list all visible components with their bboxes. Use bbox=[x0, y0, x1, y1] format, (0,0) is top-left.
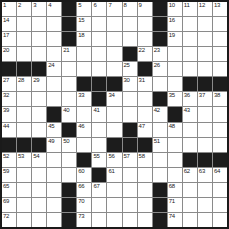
clue-number-18: 18 bbox=[78, 32, 84, 39]
cell-r9c11[interactable] bbox=[153, 123, 167, 137]
cell-r9c6[interactable]: 46 bbox=[77, 123, 91, 137]
cell-r3c4[interactable] bbox=[47, 32, 61, 46]
clue-number-32: 32 bbox=[3, 92, 9, 99]
cell-r11c2[interactable]: 53 bbox=[17, 153, 31, 167]
clue-number-9: 9 bbox=[139, 2, 142, 9]
cell-r3c6[interactable]: 18 bbox=[77, 32, 91, 46]
black-cell-r5c3 bbox=[32, 62, 46, 76]
clue-number-61: 61 bbox=[108, 168, 114, 175]
black-cell-r10c3 bbox=[32, 138, 46, 152]
cell-r10c14[interactable] bbox=[198, 138, 212, 152]
cell-r5c8[interactable] bbox=[107, 62, 121, 76]
black-cell-r6c6 bbox=[77, 77, 91, 91]
cell-r10c12[interactable] bbox=[168, 138, 182, 152]
cell-r12c1[interactable]: 59 bbox=[2, 168, 16, 182]
cell-r11c3[interactable]: 54 bbox=[32, 153, 46, 167]
cell-r1c7[interactable]: 6 bbox=[92, 2, 106, 16]
cell-r10c4[interactable]: 49 bbox=[47, 138, 61, 152]
clue-number-15: 15 bbox=[78, 17, 84, 24]
cell-r13c15[interactable] bbox=[213, 183, 227, 197]
cell-r12c3[interactable] bbox=[32, 168, 46, 182]
cell-r12c2[interactable] bbox=[17, 168, 31, 182]
cell-r11c7[interactable]: 55 bbox=[92, 153, 106, 167]
cell-r1c3[interactable]: 3 bbox=[32, 2, 46, 16]
cell-r5c12[interactable] bbox=[168, 62, 182, 76]
cell-r10c6[interactable] bbox=[77, 138, 91, 152]
cell-r9c2[interactable] bbox=[17, 123, 31, 137]
cell-r8c14[interactable] bbox=[198, 107, 212, 121]
black-cell-r3c5 bbox=[62, 32, 76, 46]
black-cell-r13c5 bbox=[62, 183, 76, 197]
cell-r13c3[interactable] bbox=[32, 183, 46, 197]
black-cell-r5c1 bbox=[2, 62, 16, 76]
cell-r10c11[interactable]: 51 bbox=[153, 138, 167, 152]
cell-r7c4[interactable] bbox=[47, 92, 61, 106]
cell-r2c15[interactable] bbox=[213, 17, 227, 31]
cell-r11c8[interactable]: 56 bbox=[107, 153, 121, 167]
black-cell-r5c10 bbox=[138, 62, 152, 76]
cell-r13c12[interactable]: 68 bbox=[168, 183, 182, 197]
cell-r5c7[interactable] bbox=[92, 62, 106, 76]
cell-r11c4[interactable] bbox=[47, 153, 61, 167]
cell-r6c11[interactable] bbox=[153, 77, 167, 91]
cell-r14c6[interactable]: 70 bbox=[77, 198, 91, 212]
cell-r14c3[interactable] bbox=[32, 198, 46, 212]
cell-r3c12[interactable]: 19 bbox=[168, 32, 182, 46]
cell-r15c8[interactable] bbox=[107, 213, 121, 227]
cell-r1c9[interactable]: 8 bbox=[123, 2, 137, 16]
clue-number-21: 21 bbox=[63, 47, 69, 54]
cell-r15c14[interactable] bbox=[198, 213, 212, 227]
clue-number-22: 22 bbox=[139, 47, 145, 54]
clue-number-12: 12 bbox=[199, 2, 205, 9]
cell-r7c2[interactable] bbox=[17, 92, 31, 106]
crossword-board: 1234567891011121314151617181920212223242… bbox=[0, 0, 229, 229]
black-cell-r7c7 bbox=[92, 92, 106, 106]
clue-number-49: 49 bbox=[48, 138, 54, 145]
black-cell-r3c11 bbox=[153, 32, 167, 46]
black-cell-r2c5 bbox=[62, 17, 76, 31]
cell-r2c3[interactable] bbox=[32, 17, 46, 31]
clue-number-14: 14 bbox=[3, 17, 9, 24]
cell-r3c9[interactable] bbox=[123, 32, 137, 46]
cell-r2c9[interactable] bbox=[123, 17, 137, 31]
clue-number-47: 47 bbox=[139, 123, 145, 130]
clue-number-40: 40 bbox=[63, 107, 69, 114]
clue-number-73: 73 bbox=[78, 213, 84, 220]
cell-r15c13[interactable] bbox=[183, 213, 197, 227]
clue-number-30: 30 bbox=[124, 77, 130, 84]
clue-number-36: 36 bbox=[184, 92, 190, 99]
cell-r1c4[interactable]: 4 bbox=[47, 2, 61, 16]
clue-number-1: 1 bbox=[3, 2, 6, 9]
clue-number-70: 70 bbox=[78, 198, 84, 205]
cell-r4c13[interactable] bbox=[183, 47, 197, 61]
cell-r13c7[interactable]: 67 bbox=[92, 183, 106, 197]
cell-r15c1[interactable]: 72 bbox=[2, 213, 16, 227]
black-cell-r4c9 bbox=[123, 47, 137, 61]
cell-r12c13[interactable]: 62 bbox=[183, 168, 197, 182]
black-cell-r14c11 bbox=[153, 198, 167, 212]
cell-r1c14[interactable]: 12 bbox=[198, 2, 212, 16]
cell-r12c5[interactable] bbox=[62, 168, 76, 182]
cell-r4c14[interactable] bbox=[198, 47, 212, 61]
black-cell-r11c14 bbox=[198, 153, 212, 167]
cell-r4c15[interactable] bbox=[213, 47, 227, 61]
cell-r7c15[interactable]: 38 bbox=[213, 92, 227, 106]
black-cell-r9c5 bbox=[62, 123, 76, 137]
cell-r8c3[interactable] bbox=[32, 107, 46, 121]
cell-r13c6[interactable]: 66 bbox=[77, 183, 91, 197]
cell-r2c13[interactable] bbox=[183, 17, 197, 31]
cell-r3c10[interactable] bbox=[138, 32, 152, 46]
cell-r7c1[interactable]: 32 bbox=[2, 92, 16, 106]
cell-r6c1[interactable]: 27 bbox=[2, 77, 16, 91]
cell-r15c10[interactable] bbox=[138, 213, 152, 227]
cell-r4c5[interactable]: 21 bbox=[62, 47, 76, 61]
clue-number-68: 68 bbox=[169, 183, 175, 190]
cell-r6c9[interactable]: 30 bbox=[123, 77, 137, 91]
black-cell-r10c9 bbox=[123, 138, 137, 152]
clue-number-23: 23 bbox=[154, 47, 160, 54]
cell-r10c5[interactable]: 50 bbox=[62, 138, 76, 152]
cell-r4c1[interactable]: 20 bbox=[2, 47, 16, 61]
clue-number-52: 52 bbox=[3, 153, 9, 160]
clue-number-4: 4 bbox=[48, 2, 51, 9]
cell-r15c7[interactable] bbox=[92, 213, 106, 227]
black-cell-r11c13 bbox=[183, 153, 197, 167]
cell-r14c4[interactable] bbox=[47, 198, 61, 212]
clue-number-24: 24 bbox=[48, 62, 54, 69]
cell-r9c4[interactable]: 45 bbox=[47, 123, 61, 137]
black-cell-r6c13 bbox=[183, 77, 197, 91]
cell-r7c12[interactable]: 35 bbox=[168, 92, 182, 106]
cell-r7c5[interactable] bbox=[62, 92, 76, 106]
cell-r14c7[interactable] bbox=[92, 198, 106, 212]
clue-number-62: 62 bbox=[184, 168, 190, 175]
cell-r14c10[interactable] bbox=[138, 198, 152, 212]
cell-r1c15[interactable]: 13 bbox=[213, 2, 227, 16]
cell-r11c12[interactable] bbox=[168, 153, 182, 167]
clue-number-5: 5 bbox=[78, 2, 81, 9]
cell-r13c8[interactable] bbox=[107, 183, 121, 197]
cell-r13c9[interactable] bbox=[123, 183, 137, 197]
cell-r13c14[interactable] bbox=[198, 183, 212, 197]
cell-r1c6[interactable]: 5 bbox=[77, 2, 91, 16]
cell-r6c12[interactable] bbox=[168, 77, 182, 91]
clue-number-3: 3 bbox=[33, 2, 36, 9]
cell-r3c15[interactable] bbox=[213, 32, 227, 46]
cell-r7c14[interactable]: 37 bbox=[198, 92, 212, 106]
cell-r4c8[interactable] bbox=[107, 47, 121, 61]
clue-number-56: 56 bbox=[108, 153, 114, 160]
cell-r1c2[interactable]: 2 bbox=[17, 2, 31, 16]
clue-number-10: 10 bbox=[169, 2, 175, 9]
cell-r3c14[interactable] bbox=[198, 32, 212, 46]
cell-r11c10[interactable]: 58 bbox=[138, 153, 152, 167]
cell-r14c2[interactable] bbox=[17, 198, 31, 212]
black-cell-r15c5 bbox=[62, 213, 76, 227]
cell-r8c6[interactable] bbox=[77, 107, 91, 121]
black-cell-r11c6 bbox=[77, 153, 91, 167]
black-cell-r2c11 bbox=[153, 17, 167, 31]
cell-r4c3[interactable] bbox=[32, 47, 46, 61]
cell-r3c13[interactable] bbox=[183, 32, 197, 46]
clue-number-43: 43 bbox=[184, 107, 190, 114]
cell-r15c3[interactable] bbox=[32, 213, 46, 227]
clue-number-39: 39 bbox=[3, 107, 9, 114]
cell-r15c9[interactable] bbox=[123, 213, 137, 227]
cell-r4c12[interactable] bbox=[168, 47, 182, 61]
black-cell-r15c11 bbox=[153, 213, 167, 227]
cell-r9c10[interactable]: 47 bbox=[138, 123, 152, 137]
cell-r14c13[interactable] bbox=[183, 198, 197, 212]
cell-r6c4[interactable] bbox=[47, 77, 61, 91]
cell-r8c2[interactable] bbox=[17, 107, 31, 121]
clue-number-29: 29 bbox=[33, 77, 39, 84]
cell-r6c10[interactable]: 31 bbox=[138, 77, 152, 91]
cell-r15c12[interactable]: 74 bbox=[168, 213, 182, 227]
clue-number-33: 33 bbox=[78, 92, 84, 99]
cell-r6c3[interactable]: 29 bbox=[32, 77, 46, 91]
cell-r2c6[interactable]: 15 bbox=[77, 17, 91, 31]
cell-r9c8[interactable] bbox=[107, 123, 121, 137]
cell-r9c12[interactable]: 48 bbox=[168, 123, 182, 137]
cell-r2c14[interactable] bbox=[198, 17, 212, 31]
black-cell-r14c5 bbox=[62, 198, 76, 212]
clue-number-19: 19 bbox=[169, 32, 175, 39]
cell-r8c13[interactable]: 43 bbox=[183, 107, 197, 121]
cell-r15c4[interactable] bbox=[47, 213, 61, 227]
black-cell-r8c12 bbox=[168, 107, 182, 121]
cell-r12c15[interactable]: 64 bbox=[213, 168, 227, 182]
cell-r13c1[interactable]: 65 bbox=[2, 183, 16, 197]
cell-r9c14[interactable] bbox=[198, 123, 212, 137]
cell-r13c13[interactable] bbox=[183, 183, 197, 197]
cell-r4c6[interactable] bbox=[77, 47, 91, 61]
cell-r2c10[interactable] bbox=[138, 17, 152, 31]
cell-r11c11[interactable] bbox=[153, 153, 167, 167]
clue-number-35: 35 bbox=[169, 92, 175, 99]
clue-number-69: 69 bbox=[3, 198, 9, 205]
cell-r4c4[interactable] bbox=[47, 47, 61, 61]
clue-number-65: 65 bbox=[3, 183, 9, 190]
clue-number-74: 74 bbox=[169, 213, 175, 220]
black-cell-r6c14 bbox=[198, 77, 212, 91]
clue-number-60: 60 bbox=[78, 168, 84, 175]
cell-r3c8[interactable] bbox=[107, 32, 121, 46]
clue-number-13: 13 bbox=[214, 2, 220, 9]
black-cell-r12c7 bbox=[92, 168, 106, 182]
cell-r11c9[interactable]: 57 bbox=[123, 153, 137, 167]
cell-r4c10[interactable]: 22 bbox=[138, 47, 152, 61]
cell-r7c6[interactable]: 33 bbox=[77, 92, 91, 106]
cell-r9c15[interactable] bbox=[213, 123, 227, 137]
clue-number-57: 57 bbox=[124, 153, 130, 160]
clue-number-31: 31 bbox=[139, 77, 145, 84]
cell-r2c4[interactable] bbox=[47, 17, 61, 31]
clue-number-38: 38 bbox=[214, 92, 220, 99]
cell-r15c6[interactable]: 73 bbox=[77, 213, 91, 227]
clue-number-28: 28 bbox=[18, 77, 24, 84]
clue-number-46: 46 bbox=[78, 123, 84, 130]
black-cell-r1c11 bbox=[153, 2, 167, 16]
cell-r8c1[interactable]: 39 bbox=[2, 107, 16, 121]
cell-r5c13[interactable] bbox=[183, 62, 197, 76]
cell-r5c11[interactable]: 26 bbox=[153, 62, 167, 76]
cell-r4c2[interactable] bbox=[17, 47, 31, 61]
cell-r2c1[interactable]: 14 bbox=[2, 17, 16, 31]
cell-r10c7[interactable] bbox=[92, 138, 106, 152]
cell-r9c13[interactable] bbox=[183, 123, 197, 137]
clue-number-2: 2 bbox=[18, 2, 21, 9]
clue-number-26: 26 bbox=[154, 62, 160, 69]
clue-number-41: 41 bbox=[93, 107, 99, 114]
clue-number-44: 44 bbox=[3, 123, 9, 130]
clue-number-58: 58 bbox=[139, 153, 145, 160]
clue-number-37: 37 bbox=[199, 92, 205, 99]
black-cell-r1c5 bbox=[62, 2, 76, 16]
cell-r15c15[interactable] bbox=[213, 213, 227, 227]
clue-number-17: 17 bbox=[3, 32, 9, 39]
cell-r9c3[interactable] bbox=[32, 123, 46, 137]
cell-r2c12[interactable]: 16 bbox=[168, 17, 182, 31]
cell-r15c2[interactable] bbox=[17, 213, 31, 227]
cell-r11c1[interactable]: 52 bbox=[2, 153, 16, 167]
clue-number-20: 20 bbox=[3, 47, 9, 54]
cell-r5c9[interactable]: 25 bbox=[123, 62, 137, 76]
cell-r5c4[interactable]: 24 bbox=[47, 62, 61, 76]
cell-r12c10[interactable] bbox=[138, 168, 152, 182]
cell-r13c2[interactable] bbox=[17, 183, 31, 197]
cell-r2c2[interactable] bbox=[17, 17, 31, 31]
clue-number-72: 72 bbox=[3, 213, 9, 220]
cell-r5c6[interactable] bbox=[77, 62, 91, 76]
black-cell-r7c11 bbox=[153, 92, 167, 106]
cell-r14c9[interactable] bbox=[123, 198, 137, 212]
cell-r9c7[interactable] bbox=[92, 123, 106, 137]
cell-r12c4[interactable] bbox=[47, 168, 61, 182]
cell-r1c1[interactable]: 1 bbox=[2, 2, 16, 16]
cell-r8c15[interactable] bbox=[213, 107, 227, 121]
clue-number-67: 67 bbox=[93, 183, 99, 190]
cell-r8c5[interactable]: 40 bbox=[62, 107, 76, 121]
cell-r1c10[interactable]: 9 bbox=[138, 2, 152, 16]
clue-number-11: 11 bbox=[184, 2, 190, 9]
cell-r12c9[interactable] bbox=[123, 168, 137, 182]
cell-r6c5[interactable] bbox=[62, 77, 76, 91]
cell-r3c3[interactable] bbox=[32, 32, 46, 46]
cell-r8c11[interactable]: 42 bbox=[153, 107, 167, 121]
cell-r8c8[interactable] bbox=[107, 107, 121, 121]
clue-number-66: 66 bbox=[78, 183, 84, 190]
black-cell-r13c11 bbox=[153, 183, 167, 197]
clue-number-59: 59 bbox=[3, 168, 9, 175]
black-cell-r6c8 bbox=[107, 77, 121, 91]
clue-number-6: 6 bbox=[93, 2, 96, 9]
cell-r8c9[interactable] bbox=[123, 107, 137, 121]
cell-r14c15[interactable] bbox=[213, 198, 227, 212]
cell-r14c1[interactable]: 69 bbox=[2, 198, 16, 212]
cell-r7c8[interactable]: 34 bbox=[107, 92, 121, 106]
cell-r7c10[interactable] bbox=[138, 92, 152, 106]
clue-number-25: 25 bbox=[124, 62, 130, 69]
cell-r14c14[interactable] bbox=[198, 198, 212, 212]
cell-r12c11[interactable] bbox=[153, 168, 167, 182]
clue-number-42: 42 bbox=[154, 107, 160, 114]
cell-r4c7[interactable] bbox=[92, 47, 106, 61]
black-cell-r9c9 bbox=[123, 123, 137, 137]
black-cell-r5c2 bbox=[17, 62, 31, 76]
black-cell-r11c15 bbox=[213, 153, 227, 167]
clue-number-27: 27 bbox=[3, 77, 9, 84]
cell-r14c12[interactable]: 71 bbox=[168, 198, 182, 212]
cell-r5c5[interactable] bbox=[62, 62, 76, 76]
cell-r7c9[interactable] bbox=[123, 92, 137, 106]
cell-r7c13[interactable]: 36 bbox=[183, 92, 197, 106]
clue-number-71: 71 bbox=[169, 198, 175, 205]
black-cell-r10c1 bbox=[2, 138, 16, 152]
cell-r14c8[interactable] bbox=[107, 198, 121, 212]
cell-r8c7[interactable]: 41 bbox=[92, 107, 106, 121]
cell-r12c8[interactable]: 61 bbox=[107, 168, 121, 182]
black-cell-r6c7 bbox=[92, 77, 106, 91]
cell-r1c13[interactable]: 11 bbox=[183, 2, 197, 16]
cell-r5c14[interactable] bbox=[198, 62, 212, 76]
cell-r7c3[interactable] bbox=[32, 92, 46, 106]
clue-number-51: 51 bbox=[154, 138, 160, 145]
cell-r3c7[interactable] bbox=[92, 32, 106, 46]
black-cell-r10c10 bbox=[138, 138, 152, 152]
clue-number-54: 54 bbox=[33, 153, 39, 160]
cell-r2c7[interactable] bbox=[92, 17, 106, 31]
cell-r11c5[interactable] bbox=[62, 153, 76, 167]
cell-r1c12[interactable]: 10 bbox=[168, 2, 182, 16]
black-cell-r10c2 bbox=[17, 138, 31, 152]
clue-number-48: 48 bbox=[169, 123, 175, 130]
cell-r13c4[interactable] bbox=[47, 183, 61, 197]
clue-number-55: 55 bbox=[93, 153, 99, 160]
cell-r3c1[interactable]: 17 bbox=[2, 32, 16, 46]
cell-r10c13[interactable] bbox=[183, 138, 197, 152]
clue-number-45: 45 bbox=[48, 123, 54, 130]
cell-r5c15[interactable] bbox=[213, 62, 227, 76]
cell-r1c8[interactable]: 7 bbox=[107, 2, 121, 16]
black-cell-r10c8 bbox=[107, 138, 121, 152]
clue-number-34: 34 bbox=[108, 92, 114, 99]
clue-number-50: 50 bbox=[63, 138, 69, 145]
black-cell-r6c15 bbox=[213, 77, 227, 91]
clue-number-63: 63 bbox=[199, 168, 205, 175]
cell-r8c10[interactable] bbox=[138, 107, 152, 121]
cell-r2c8[interactable] bbox=[107, 17, 121, 31]
black-cell-r8c4 bbox=[47, 107, 61, 121]
clue-number-64: 64 bbox=[214, 168, 220, 175]
clue-number-16: 16 bbox=[169, 17, 175, 24]
clue-number-53: 53 bbox=[18, 153, 24, 160]
cell-r6c2[interactable]: 28 bbox=[17, 77, 31, 91]
cell-r12c6[interactable]: 60 bbox=[77, 168, 91, 182]
cell-r4c11[interactable]: 23 bbox=[153, 47, 167, 61]
clue-number-8: 8 bbox=[124, 2, 127, 9]
cell-r12c14[interactable]: 63 bbox=[198, 168, 212, 182]
cell-r12c12[interactable] bbox=[168, 168, 182, 182]
clue-number-7: 7 bbox=[108, 2, 111, 9]
cell-r13c10[interactable] bbox=[138, 183, 152, 197]
cell-r3c2[interactable] bbox=[17, 32, 31, 46]
cell-r10c15[interactable] bbox=[213, 138, 227, 152]
cell-r9c1[interactable]: 44 bbox=[2, 123, 16, 137]
